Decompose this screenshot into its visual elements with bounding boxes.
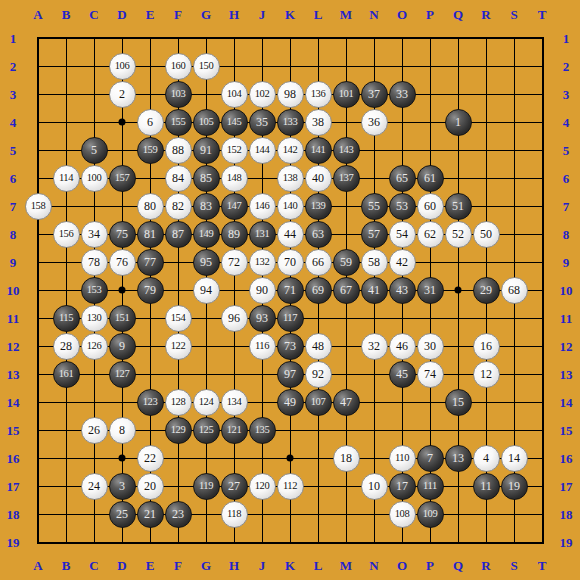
stone-F11-white-154: 154 <box>165 305 192 332</box>
stone-B12-white-28: 28 <box>53 333 80 360</box>
move-number: 84 <box>172 172 184 184</box>
stone-G17-black-119: 119 <box>193 473 220 500</box>
row-label-5: 5 <box>4 136 22 164</box>
stone-layer: 1061601502103104102981361013733615510514… <box>24 24 556 556</box>
stone-D11-black-151: 151 <box>109 305 136 332</box>
stone-P7-white-60: 60 <box>417 193 444 220</box>
row-label-17: 17 <box>557 472 575 500</box>
stone-K6-white-138: 138 <box>277 165 304 192</box>
move-number: 89 <box>228 228 240 240</box>
stone-N9-white-58: 58 <box>361 249 388 276</box>
move-number: 63 <box>312 228 324 240</box>
move-number: 68 <box>508 284 520 296</box>
stone-C17-white-24: 24 <box>81 473 108 500</box>
move-number: 14 <box>508 452 520 464</box>
move-number: 136 <box>311 89 326 100</box>
move-number: 82 <box>172 200 184 212</box>
stone-K14-black-49: 49 <box>277 389 304 416</box>
move-number: 141 <box>311 145 326 156</box>
row-label-12: 12 <box>4 332 22 360</box>
move-number: 158 <box>31 201 46 212</box>
row-label-1: 1 <box>4 24 22 52</box>
move-number: 25 <box>116 508 128 520</box>
col-label-K: K <box>276 6 304 22</box>
col-label-L: L <box>304 6 332 22</box>
stone-C15-white-26: 26 <box>81 417 108 444</box>
row-label-8: 8 <box>557 220 575 248</box>
col-label-E: E <box>136 557 164 573</box>
move-number: 101 <box>339 89 354 100</box>
row-label-6: 6 <box>4 164 22 192</box>
row-label-18: 18 <box>4 500 22 528</box>
row-label-15: 15 <box>557 416 575 444</box>
stone-F15-black-129: 129 <box>165 417 192 444</box>
move-number: 109 <box>423 509 438 520</box>
stone-R16-white-4: 4 <box>473 445 500 472</box>
move-number: 91 <box>200 144 212 156</box>
col-label-T: T <box>528 557 556 573</box>
stone-D9-white-76: 76 <box>109 249 136 276</box>
col-label-C: C <box>80 6 108 22</box>
move-number: 135 <box>255 425 270 436</box>
move-number: 105 <box>199 117 214 128</box>
move-number: 24 <box>88 480 100 492</box>
move-number: 156 <box>59 229 74 240</box>
stone-J8-black-131: 131 <box>249 221 276 248</box>
move-number: 123 <box>143 397 158 408</box>
stone-K17-white-112: 112 <box>277 473 304 500</box>
col-label-H: H <box>220 6 248 22</box>
row-label-2: 2 <box>557 52 575 80</box>
stone-L5-black-141: 141 <box>305 137 332 164</box>
move-number: 9 <box>119 340 125 352</box>
move-number: 95 <box>200 256 212 268</box>
stone-F4-black-155: 155 <box>165 109 192 136</box>
col-label-S: S <box>500 557 528 573</box>
move-number: 96 <box>228 312 240 324</box>
column-labels-top: ABCDEFGHJKLMNOPQRST <box>24 6 556 22</box>
stone-G10-white-94: 94 <box>193 277 220 304</box>
col-label-O: O <box>388 6 416 22</box>
move-number: 33 <box>396 88 408 100</box>
move-number: 67 <box>340 284 352 296</box>
stone-F8-black-87: 87 <box>165 221 192 248</box>
move-number: 87 <box>172 228 184 240</box>
move-number: 57 <box>368 228 380 240</box>
move-number: 119 <box>199 481 213 492</box>
stone-H11-white-96: 96 <box>221 305 248 332</box>
stone-J10-white-90: 90 <box>249 277 276 304</box>
move-number: 3 <box>119 480 125 492</box>
move-number: 41 <box>368 284 380 296</box>
move-number: 52 <box>452 228 464 240</box>
move-number: 151 <box>115 313 130 324</box>
column-labels-bottom: ABCDEFGHJKLMNOPQRST <box>24 557 556 573</box>
stone-P17-black-111: 111 <box>417 473 444 500</box>
stone-G2-white-150: 150 <box>193 53 220 80</box>
stone-E14-black-123: 123 <box>137 389 164 416</box>
col-label-C: C <box>80 557 108 573</box>
move-number: 74 <box>424 368 436 380</box>
col-label-B: B <box>52 557 80 573</box>
stone-O18-white-108: 108 <box>389 501 416 528</box>
stone-Q14-black-15: 15 <box>445 389 472 416</box>
col-label-J: J <box>248 557 276 573</box>
stone-P16-black-7: 7 <box>417 445 444 472</box>
stone-E16-white-22: 22 <box>137 445 164 472</box>
move-number: 10 <box>368 480 380 492</box>
col-label-F: F <box>164 6 192 22</box>
stone-M16-white-18: 18 <box>333 445 360 472</box>
move-number: 142 <box>283 145 298 156</box>
move-number: 34 <box>88 228 100 240</box>
stone-M10-black-67: 67 <box>333 277 360 304</box>
row-label-11: 11 <box>4 304 22 332</box>
stone-E7-white-80: 80 <box>137 193 164 220</box>
move-number: 47 <box>340 396 352 408</box>
move-number: 6 <box>147 116 153 128</box>
row-label-6: 6 <box>557 164 575 192</box>
stone-O3-black-33: 33 <box>389 81 416 108</box>
move-number: 128 <box>171 397 186 408</box>
stone-L14-black-107: 107 <box>305 389 332 416</box>
col-label-T: T <box>528 6 556 22</box>
stone-R10-black-29: 29 <box>473 277 500 304</box>
move-number: 102 <box>255 89 270 100</box>
move-number: 51 <box>452 200 464 212</box>
move-number: 36 <box>368 116 380 128</box>
stone-K9-white-70: 70 <box>277 249 304 276</box>
stone-K12-black-73: 73 <box>277 333 304 360</box>
stone-Q8-white-52: 52 <box>445 221 472 248</box>
stone-K7-white-140: 140 <box>277 193 304 220</box>
move-number: 121 <box>227 425 242 436</box>
col-label-N: N <box>360 6 388 22</box>
col-label-G: G <box>192 6 220 22</box>
stone-R13-white-12: 12 <box>473 361 500 388</box>
stone-H5-white-152: 152 <box>221 137 248 164</box>
move-number: 2 <box>119 88 125 100</box>
row-label-7: 7 <box>557 192 575 220</box>
stone-R12-white-16: 16 <box>473 333 500 360</box>
move-number: 97 <box>284 368 296 380</box>
stone-C9-white-78: 78 <box>81 249 108 276</box>
stone-N7-black-55: 55 <box>361 193 388 220</box>
stone-P12-white-30: 30 <box>417 333 444 360</box>
stone-C12-white-126: 126 <box>81 333 108 360</box>
move-number: 154 <box>171 313 186 324</box>
row-label-4: 4 <box>557 108 575 136</box>
move-number: 98 <box>284 88 296 100</box>
stone-H9-white-72: 72 <box>221 249 248 276</box>
stone-N3-black-37: 37 <box>361 81 388 108</box>
stone-J17-white-120: 120 <box>249 473 276 500</box>
stone-D17-black-3: 3 <box>109 473 136 500</box>
stone-K3-white-98: 98 <box>277 81 304 108</box>
row-label-11: 11 <box>557 304 575 332</box>
stone-F14-white-128: 128 <box>165 389 192 416</box>
row-labels-right: 12345678910111213141516171819 <box>557 24 575 556</box>
stone-R8-white-50: 50 <box>473 221 500 248</box>
stone-J3-white-102: 102 <box>249 81 276 108</box>
row-label-16: 16 <box>4 444 22 472</box>
row-label-17: 17 <box>4 472 22 500</box>
move-number: 48 <box>312 340 324 352</box>
move-number: 5 <box>91 144 97 156</box>
row-label-15: 15 <box>4 416 22 444</box>
stone-E5-black-159: 159 <box>137 137 164 164</box>
stone-L13-white-92: 92 <box>305 361 332 388</box>
move-number: 108 <box>395 509 410 520</box>
move-number: 46 <box>396 340 408 352</box>
move-number: 31 <box>424 284 436 296</box>
move-number: 27 <box>228 480 240 492</box>
stone-O17-black-17: 17 <box>389 473 416 500</box>
move-number: 73 <box>284 340 296 352</box>
stone-D13-black-127: 127 <box>109 361 136 388</box>
move-number: 122 <box>171 341 186 352</box>
move-number: 70 <box>284 256 296 268</box>
move-number: 55 <box>368 200 380 212</box>
stone-P13-white-74: 74 <box>417 361 444 388</box>
stone-J9-white-132: 132 <box>249 249 276 276</box>
move-number: 50 <box>480 228 492 240</box>
move-number: 155 <box>171 117 186 128</box>
move-number: 111 <box>423 481 437 492</box>
row-label-4: 4 <box>4 108 22 136</box>
stone-K4-black-133: 133 <box>277 109 304 136</box>
stone-H18-white-118: 118 <box>221 501 248 528</box>
move-number: 144 <box>255 145 270 156</box>
stone-H14-white-134: 134 <box>221 389 248 416</box>
move-number: 28 <box>60 340 72 352</box>
move-number: 103 <box>171 89 186 100</box>
move-number: 147 <box>227 201 242 212</box>
col-label-O: O <box>388 557 416 573</box>
move-number: 137 <box>339 173 354 184</box>
col-label-P: P <box>416 557 444 573</box>
move-number: 77 <box>144 256 156 268</box>
move-number: 38 <box>312 116 324 128</box>
stone-D8-black-75: 75 <box>109 221 136 248</box>
stone-F18-black-23: 23 <box>165 501 192 528</box>
move-number: 159 <box>143 145 158 156</box>
move-number: 42 <box>396 256 408 268</box>
row-labels-left: 12345678910111213141516171819 <box>4 24 22 556</box>
move-number: 120 <box>255 481 270 492</box>
move-number: 117 <box>283 313 297 324</box>
stone-F7-white-82: 82 <box>165 193 192 220</box>
move-number: 152 <box>227 145 242 156</box>
stone-K10-black-71: 71 <box>277 277 304 304</box>
move-number: 100 <box>87 173 102 184</box>
stone-P18-black-109: 109 <box>417 501 444 528</box>
col-label-D: D <box>108 557 136 573</box>
stone-L10-black-69: 69 <box>305 277 332 304</box>
stone-O7-black-53: 53 <box>389 193 416 220</box>
row-label-8: 8 <box>4 220 22 248</box>
stone-L12-white-48: 48 <box>305 333 332 360</box>
move-number: 65 <box>396 172 408 184</box>
move-number: 148 <box>227 173 242 184</box>
stone-B8-white-156: 156 <box>53 221 80 248</box>
move-number: 130 <box>87 313 102 324</box>
stone-G15-black-125: 125 <box>193 417 220 444</box>
stone-O8-white-54: 54 <box>389 221 416 248</box>
move-number: 93 <box>256 312 268 324</box>
move-number: 75 <box>116 228 128 240</box>
row-label-14: 14 <box>4 388 22 416</box>
move-number: 112 <box>283 481 297 492</box>
stone-G7-black-83: 83 <box>193 193 220 220</box>
move-number: 115 <box>59 313 73 324</box>
row-label-19: 19 <box>4 528 22 556</box>
stone-E4-white-6: 6 <box>137 109 164 136</box>
move-number: 92 <box>312 368 324 380</box>
stone-B13-black-161: 161 <box>53 361 80 388</box>
move-number: 60 <box>424 200 436 212</box>
row-label-13: 13 <box>4 360 22 388</box>
move-number: 22 <box>144 452 156 464</box>
move-number: 76 <box>116 256 128 268</box>
stone-E17-white-20: 20 <box>137 473 164 500</box>
stone-O16-white-110: 110 <box>389 445 416 472</box>
col-label-F: F <box>164 557 192 573</box>
stone-K5-white-142: 142 <box>277 137 304 164</box>
move-number: 1 <box>455 116 461 128</box>
row-label-18: 18 <box>557 500 575 528</box>
stone-P6-black-61: 61 <box>417 165 444 192</box>
stone-M6-black-137: 137 <box>333 165 360 192</box>
col-label-Q: Q <box>444 557 472 573</box>
stone-B6-white-114: 114 <box>53 165 80 192</box>
col-label-G: G <box>192 557 220 573</box>
move-number: 26 <box>88 424 100 436</box>
go-board: ABCDEFGHJKLMNOPQRST ABCDEFGHJKLMNOPQRST … <box>0 0 580 580</box>
stone-J11-black-93: 93 <box>249 305 276 332</box>
stone-D12-black-9: 9 <box>109 333 136 360</box>
stone-G14-white-124: 124 <box>193 389 220 416</box>
move-number: 149 <box>199 229 214 240</box>
stone-S17-black-19: 19 <box>501 473 528 500</box>
stone-F6-white-84: 84 <box>165 165 192 192</box>
move-number: 143 <box>339 145 354 156</box>
move-number: 129 <box>171 425 186 436</box>
move-number: 94 <box>200 284 212 296</box>
stone-J15-black-135: 135 <box>249 417 276 444</box>
stone-L8-black-63: 63 <box>305 221 332 248</box>
row-label-12: 12 <box>557 332 575 360</box>
stone-G4-black-105: 105 <box>193 109 220 136</box>
move-number: 145 <box>227 117 242 128</box>
stone-D2-white-106: 106 <box>109 53 136 80</box>
row-label-19: 19 <box>557 528 575 556</box>
move-number: 124 <box>199 397 214 408</box>
move-number: 104 <box>227 89 242 100</box>
move-number: 40 <box>312 172 324 184</box>
move-number: 114 <box>59 173 73 184</box>
stone-H8-black-89: 89 <box>221 221 248 248</box>
move-number: 139 <box>311 201 326 212</box>
col-label-B: B <box>52 6 80 22</box>
move-number: 18 <box>340 452 352 464</box>
stone-N12-white-32: 32 <box>361 333 388 360</box>
row-label-9: 9 <box>557 248 575 276</box>
stone-Q16-black-13: 13 <box>445 445 472 472</box>
col-label-A: A <box>24 557 52 573</box>
stone-N10-black-41: 41 <box>361 277 388 304</box>
stone-O10-black-43: 43 <box>389 277 416 304</box>
stone-L7-black-139: 139 <box>305 193 332 220</box>
move-number: 13 <box>452 452 464 464</box>
stone-M3-black-101: 101 <box>333 81 360 108</box>
stone-G8-black-149: 149 <box>193 221 220 248</box>
move-number: 45 <box>396 368 408 380</box>
stone-H3-white-104: 104 <box>221 81 248 108</box>
move-number: 132 <box>255 257 270 268</box>
stone-J12-white-116: 116 <box>249 333 276 360</box>
stone-C10-black-153: 153 <box>81 277 108 304</box>
stone-D18-black-25: 25 <box>109 501 136 528</box>
move-number: 138 <box>283 173 298 184</box>
move-number: 4 <box>483 452 489 464</box>
stone-N4-white-36: 36 <box>361 109 388 136</box>
stone-L3-white-136: 136 <box>305 81 332 108</box>
col-label-K: K <box>276 557 304 573</box>
move-number: 72 <box>228 256 240 268</box>
move-number: 153 <box>87 285 102 296</box>
stone-C5-black-5: 5 <box>81 137 108 164</box>
stone-L9-white-66: 66 <box>305 249 332 276</box>
row-label-7: 7 <box>4 192 22 220</box>
stone-K11-black-117: 117 <box>277 305 304 332</box>
move-number: 32 <box>368 340 380 352</box>
stone-D15-white-8: 8 <box>109 417 136 444</box>
stone-G5-black-91: 91 <box>193 137 220 164</box>
stone-H17-black-27: 27 <box>221 473 248 500</box>
stone-D3-white-2: 2 <box>109 81 136 108</box>
stone-G9-black-95: 95 <box>193 249 220 276</box>
move-number: 134 <box>227 397 242 408</box>
stone-J7-white-146: 146 <box>249 193 276 220</box>
move-number: 126 <box>87 341 102 352</box>
stone-N8-black-57: 57 <box>361 221 388 248</box>
move-number: 79 <box>144 284 156 296</box>
move-number: 17 <box>396 480 408 492</box>
row-label-13: 13 <box>557 360 575 388</box>
move-number: 83 <box>200 200 212 212</box>
move-number: 35 <box>256 116 268 128</box>
col-label-M: M <box>332 557 360 573</box>
move-number: 140 <box>283 201 298 212</box>
col-label-S: S <box>500 6 528 22</box>
move-number: 11 <box>480 480 492 492</box>
move-number: 16 <box>480 340 492 352</box>
stone-M14-black-47: 47 <box>333 389 360 416</box>
row-label-10: 10 <box>557 276 575 304</box>
col-label-J: J <box>248 6 276 22</box>
stone-H7-black-147: 147 <box>221 193 248 220</box>
col-label-R: R <box>472 557 500 573</box>
stone-O6-black-65: 65 <box>389 165 416 192</box>
stone-H6-white-148: 148 <box>221 165 248 192</box>
move-number: 161 <box>59 369 74 380</box>
stone-F5-white-88: 88 <box>165 137 192 164</box>
col-label-H: H <box>220 557 248 573</box>
stone-C6-white-100: 100 <box>81 165 108 192</box>
move-number: 8 <box>119 424 125 436</box>
move-number: 127 <box>115 369 130 380</box>
